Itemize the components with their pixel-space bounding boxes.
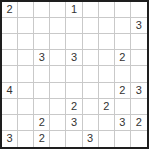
cell-r8c3-clue: 2 [34, 115, 50, 131]
cell-r1c9[interactable] [131, 2, 147, 18]
cell-r9c2[interactable] [18, 131, 34, 147]
cell-r3c8[interactable] [115, 34, 131, 50]
cell-r1c5-clue: 1 [66, 2, 82, 18]
cell-r3c9[interactable] [131, 34, 147, 50]
cell-r9c5[interactable] [66, 131, 82, 147]
cell-r7c6[interactable] [83, 99, 99, 115]
cell-r5c8[interactable] [115, 66, 131, 82]
cell-r6c5[interactable] [66, 83, 82, 99]
cell-r6c2[interactable] [18, 83, 34, 99]
cell-r8c4[interactable] [50, 115, 66, 131]
cell-r2c6[interactable] [83, 18, 99, 34]
cell-r6c9-clue: 3 [131, 83, 147, 99]
puzzle-board: 213332423222332323 [0, 0, 149, 149]
cell-r2c3[interactable] [34, 18, 50, 34]
cell-r2c7[interactable] [99, 18, 115, 34]
cell-r4c5-clue: 3 [66, 50, 82, 66]
cell-r9c3-clue: 2 [34, 131, 50, 147]
cell-r7c2[interactable] [18, 99, 34, 115]
cell-r8c2[interactable] [18, 115, 34, 131]
cell-r4c4[interactable] [50, 50, 66, 66]
cell-r1c7[interactable] [99, 2, 115, 18]
cell-r3c4[interactable] [50, 34, 66, 50]
cell-r5c6[interactable] [83, 66, 99, 82]
cell-r2c4[interactable] [50, 18, 66, 34]
cell-r3c2[interactable] [18, 34, 34, 50]
cell-r4c1[interactable] [2, 50, 18, 66]
cell-r1c1-clue: 2 [2, 2, 18, 18]
cell-r8c1[interactable] [2, 115, 18, 131]
cell-r5c3[interactable] [34, 66, 50, 82]
cell-r9c6-clue: 3 [83, 131, 99, 147]
cell-r7c8[interactable] [115, 99, 131, 115]
cell-r2c1[interactable] [2, 18, 18, 34]
cell-r5c2[interactable] [18, 66, 34, 82]
cell-r5c5[interactable] [66, 66, 82, 82]
cell-r8c9-clue: 2 [131, 115, 147, 131]
cell-r1c4[interactable] [50, 2, 66, 18]
cell-r4c7[interactable] [99, 50, 115, 66]
cell-r4c9[interactable] [131, 50, 147, 66]
cell-r6c6[interactable] [83, 83, 99, 99]
cell-r6c4[interactable] [50, 83, 66, 99]
cell-r8c5-clue: 3 [66, 115, 82, 131]
cell-r4c8-clue: 2 [115, 50, 131, 66]
cell-r9c9[interactable] [131, 131, 147, 147]
cell-r2c9-clue: 3 [131, 18, 147, 34]
cell-r4c6[interactable] [83, 50, 99, 66]
cell-r9c4[interactable] [50, 131, 66, 147]
cell-r9c7[interactable] [99, 131, 115, 147]
cell-r4c3-clue: 3 [34, 50, 50, 66]
cell-r6c7[interactable] [99, 83, 115, 99]
puzzle-stage: 213332423222332323 [0, 0, 150, 150]
cell-r5c9[interactable] [131, 66, 147, 82]
cell-r8c8-clue: 3 [115, 115, 131, 131]
cell-r3c7[interactable] [99, 34, 115, 50]
cell-r1c2[interactable] [18, 2, 34, 18]
cell-r7c7-clue: 2 [99, 99, 115, 115]
cell-r6c1-clue: 4 [2, 83, 18, 99]
cell-r7c5-clue: 2 [66, 99, 82, 115]
cell-r7c3[interactable] [34, 99, 50, 115]
cell-r2c8[interactable] [115, 18, 131, 34]
cell-r5c7[interactable] [99, 66, 115, 82]
cell-r7c1[interactable] [2, 99, 18, 115]
cell-r3c6[interactable] [83, 34, 99, 50]
cell-r7c9[interactable] [131, 99, 147, 115]
cell-r5c1[interactable] [2, 66, 18, 82]
cell-r1c6[interactable] [83, 2, 99, 18]
cell-r1c8[interactable] [115, 2, 131, 18]
cell-r9c1-clue: 3 [2, 131, 18, 147]
cell-r8c7[interactable] [99, 115, 115, 131]
cell-r3c5[interactable] [66, 34, 82, 50]
cell-r3c3[interactable] [34, 34, 50, 50]
cell-r1c3[interactable] [34, 2, 50, 18]
cell-r5c4[interactable] [50, 66, 66, 82]
cell-r8c6[interactable] [83, 115, 99, 131]
cell-r6c3[interactable] [34, 83, 50, 99]
cell-r4c2[interactable] [18, 50, 34, 66]
cell-r2c2[interactable] [18, 18, 34, 34]
cell-r3c1[interactable] [2, 34, 18, 50]
cell-r6c8-clue: 2 [115, 83, 131, 99]
cell-r7c4[interactable] [50, 99, 66, 115]
cell-r9c8[interactable] [115, 131, 131, 147]
cell-r2c5[interactable] [66, 18, 82, 34]
